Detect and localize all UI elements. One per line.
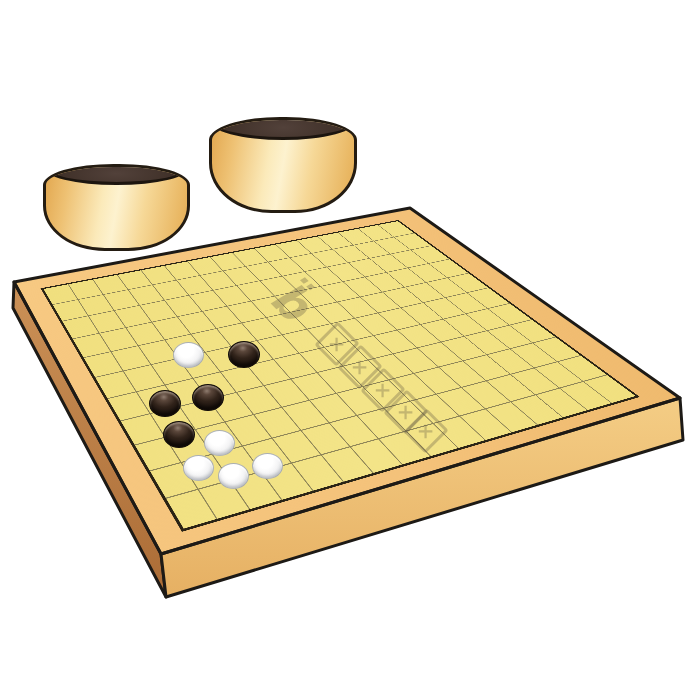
- white-stone[interactable]: [204, 430, 235, 456]
- white-stone[interactable]: [183, 455, 214, 481]
- white-stone[interactable]: [218, 463, 249, 489]
- black-stone[interactable]: [192, 384, 224, 411]
- white-stone[interactable]: [173, 342, 204, 368]
- go-board-illustration: b̈×××××: [0, 0, 700, 700]
- black-stone[interactable]: [228, 341, 260, 368]
- black-stone[interactable]: [163, 421, 195, 448]
- stone-bowl-left[interactable]: [43, 164, 190, 251]
- stones-layer: [0, 0, 700, 700]
- stone-bowl-right[interactable]: [209, 117, 357, 213]
- white-stone[interactable]: [252, 453, 283, 479]
- black-stone[interactable]: [149, 390, 181, 417]
